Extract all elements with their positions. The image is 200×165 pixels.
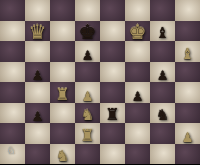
square-c6[interactable] (50, 41, 75, 62)
square-e4[interactable] (100, 82, 125, 103)
square-g8[interactable] (150, 0, 175, 21)
square-c5[interactable] (50, 62, 75, 83)
black-pawn: ♟ (157, 69, 169, 82)
chessboard-photo: ♛♚♚♝♟♝♟♟♜♟♟♟♞♜♞♜♟♞ ♘ (0, 0, 200, 164)
white-rook: ♜ (55, 87, 69, 103)
square-f5[interactable] (125, 62, 150, 83)
square-a2[interactable] (0, 123, 25, 144)
square-g6[interactable] (150, 41, 175, 62)
white-bishop: ♝ (181, 47, 194, 62)
square-g1[interactable] (150, 144, 175, 165)
square-b1[interactable] (25, 144, 50, 165)
square-c3[interactable] (50, 103, 75, 124)
square-f6[interactable] (125, 41, 150, 62)
white-king: ♚ (129, 22, 147, 42)
square-b2[interactable] (25, 123, 50, 144)
square-f4[interactable]: ♟ (125, 82, 150, 103)
black-rook: ♜ (105, 107, 119, 123)
square-a4[interactable] (0, 82, 25, 103)
black-king: ♚ (79, 22, 97, 42)
square-d2[interactable]: ♜ (75, 123, 100, 144)
square-b3[interactable]: ♟ (25, 103, 50, 124)
square-h5[interactable] (175, 62, 200, 83)
square-h4[interactable] (175, 82, 200, 103)
square-f8[interactable] (125, 0, 150, 21)
square-f3[interactable] (125, 103, 150, 124)
white-queen: ♛ (29, 22, 47, 42)
square-f2[interactable] (125, 123, 150, 144)
square-d5[interactable] (75, 62, 100, 83)
black-pawn: ♟ (132, 90, 144, 103)
square-b7[interactable]: ♛ (25, 21, 50, 42)
chessboard: ♛♚♚♝♟♝♟♟♜♟♟♟♞♜♞♜♟♞ (0, 0, 200, 164)
square-a7[interactable] (0, 21, 25, 42)
square-d7[interactable]: ♚ (75, 21, 100, 42)
square-e2[interactable] (100, 123, 125, 144)
white-knight: ♞ (56, 149, 69, 164)
square-e1[interactable] (100, 144, 125, 165)
square-g3[interactable]: ♞ (150, 103, 175, 124)
square-h6[interactable]: ♝ (175, 41, 200, 62)
square-h7[interactable] (175, 21, 200, 42)
square-h3[interactable] (175, 103, 200, 124)
square-f1[interactable] (125, 144, 150, 165)
square-g5[interactable]: ♟ (150, 62, 175, 83)
square-g4[interactable] (150, 82, 175, 103)
square-g2[interactable] (150, 123, 175, 144)
square-d3[interactable]: ♞ (75, 103, 100, 124)
square-c8[interactable] (50, 0, 75, 21)
square-b4[interactable] (25, 82, 50, 103)
square-c1[interactable]: ♞ (50, 144, 75, 165)
black-pawn: ♟ (32, 110, 44, 123)
square-d8[interactable] (75, 0, 100, 21)
square-b5[interactable]: ♟ (25, 62, 50, 83)
square-b8[interactable] (25, 0, 50, 21)
square-a8[interactable] (0, 0, 25, 21)
black-knight: ♞ (156, 108, 169, 123)
square-h8[interactable] (175, 0, 200, 21)
white-rook: ♜ (80, 128, 94, 144)
square-a5[interactable] (0, 62, 25, 83)
white-pawn: ♟ (82, 90, 94, 103)
square-f7[interactable]: ♚ (125, 21, 150, 42)
square-d6[interactable]: ♟ (75, 41, 100, 62)
square-e6[interactable] (100, 41, 125, 62)
white-pawn: ♟ (182, 131, 194, 144)
square-e3[interactable]: ♜ (100, 103, 125, 124)
square-e5[interactable] (100, 62, 125, 83)
square-c2[interactable] (50, 123, 75, 144)
black-bishop: ♝ (156, 26, 169, 41)
square-a3[interactable] (0, 103, 25, 124)
black-pawn: ♟ (32, 69, 44, 82)
square-h1[interactable] (175, 144, 200, 165)
square-a6[interactable] (0, 41, 25, 62)
square-d4[interactable]: ♟ (75, 82, 100, 103)
square-b6[interactable] (25, 41, 50, 62)
square-h2[interactable]: ♟ (175, 123, 200, 144)
square-c4[interactable]: ♜ (50, 82, 75, 103)
square-d1[interactable] (75, 144, 100, 165)
square-e8[interactable] (100, 0, 125, 21)
square-g7[interactable]: ♝ (150, 21, 175, 42)
black-pawn: ♟ (82, 49, 94, 62)
square-e7[interactable] (100, 21, 125, 42)
square-c7[interactable] (50, 21, 75, 42)
knight-cursor-icon: ♘ (7, 146, 16, 156)
white-knight: ♞ (81, 108, 94, 123)
